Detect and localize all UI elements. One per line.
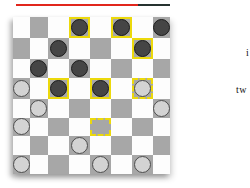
square-h4[interactable] — [153, 99, 170, 118]
progress-bar-red-segment — [16, 4, 138, 6]
progress-bar-dark-segment — [138, 4, 170, 6]
square-b6[interactable] — [30, 59, 47, 78]
square-a6[interactable] — [13, 59, 30, 78]
square-g4[interactable] — [132, 99, 153, 118]
square-a5[interactable] — [13, 78, 30, 99]
square-d6[interactable] — [69, 59, 90, 78]
clipped-text-line-1: i — [246, 48, 249, 58]
square-b8[interactable] — [30, 17, 47, 38]
square-h7[interactable] — [153, 38, 170, 59]
light-man-g5[interactable] — [134, 80, 151, 97]
square-h6[interactable] — [153, 59, 170, 78]
square-f7[interactable] — [111, 38, 132, 59]
light-man-b4[interactable] — [30, 100, 47, 117]
square-a1[interactable] — [13, 155, 30, 174]
square-b1[interactable] — [30, 155, 47, 174]
square-c2[interactable] — [48, 136, 69, 155]
square-g8[interactable] — [132, 17, 153, 38]
light-man-d2[interactable] — [71, 137, 88, 154]
square-a3[interactable] — [13, 118, 30, 137]
light-man-e1[interactable] — [92, 156, 109, 173]
square-g5[interactable] — [132, 78, 153, 99]
square-b7[interactable] — [30, 38, 47, 59]
checkers-app: i tw — [0, 0, 250, 188]
square-b4[interactable] — [30, 99, 47, 118]
square-e8[interactable] — [90, 17, 111, 38]
progress-bar — [16, 4, 170, 6]
square-f4[interactable] — [111, 99, 132, 118]
square-d4[interactable] — [69, 99, 90, 118]
dark-man-c5[interactable] — [50, 80, 67, 97]
dark-man-d6[interactable] — [71, 60, 88, 77]
light-man-a5[interactable] — [13, 80, 30, 97]
light-man-h4[interactable] — [153, 100, 170, 117]
square-g2[interactable] — [132, 136, 153, 155]
square-d3[interactable] — [69, 118, 90, 137]
square-a4[interactable] — [13, 99, 30, 118]
square-f6[interactable] — [111, 59, 132, 78]
square-e1[interactable] — [90, 155, 111, 174]
square-a8[interactable] — [13, 17, 30, 38]
square-c1[interactable] — [48, 155, 69, 174]
square-f3[interactable] — [111, 118, 132, 137]
square-f5[interactable] — [111, 78, 132, 99]
square-c4[interactable] — [48, 99, 69, 118]
square-a2[interactable] — [13, 136, 30, 155]
checkers-board — [13, 17, 170, 174]
square-d1[interactable] — [69, 155, 90, 174]
square-h5[interactable] — [153, 78, 170, 99]
dark-man-f8[interactable] — [113, 19, 130, 36]
dark-man-e5[interactable] — [92, 80, 109, 97]
square-f2[interactable] — [111, 136, 132, 155]
square-f8[interactable] — [111, 17, 132, 38]
square-h2[interactable] — [153, 136, 170, 155]
dark-man-h8[interactable] — [153, 19, 170, 36]
dark-man-g7[interactable] — [134, 40, 151, 57]
square-e5[interactable] — [90, 78, 111, 99]
square-g6[interactable] — [132, 59, 153, 78]
dark-man-c7[interactable] — [50, 40, 67, 57]
light-man-a3[interactable] — [13, 118, 30, 135]
square-e7[interactable] — [90, 38, 111, 59]
light-man-g1[interactable] — [134, 156, 151, 173]
dark-man-b6[interactable] — [30, 60, 47, 77]
light-man-a1[interactable] — [13, 156, 30, 173]
square-c7[interactable] — [48, 38, 69, 59]
square-c8[interactable] — [48, 17, 69, 38]
square-d5[interactable] — [69, 78, 90, 99]
square-g3[interactable] — [132, 118, 153, 137]
clipped-text-line-2: tw — [236, 85, 247, 95]
square-h3[interactable] — [153, 118, 170, 137]
square-d8[interactable] — [69, 17, 90, 38]
square-h8[interactable] — [153, 17, 170, 38]
square-c6[interactable] — [48, 59, 69, 78]
dark-man-d8[interactable] — [71, 19, 88, 36]
square-b2[interactable] — [30, 136, 47, 155]
square-b5[interactable] — [30, 78, 47, 99]
square-f1[interactable] — [111, 155, 132, 174]
square-g1[interactable] — [132, 155, 153, 174]
square-e2[interactable] — [90, 136, 111, 155]
square-h1[interactable] — [153, 155, 170, 174]
square-b3[interactable] — [30, 118, 47, 137]
square-e3[interactable] — [90, 118, 111, 137]
square-c3[interactable] — [48, 118, 69, 137]
square-e6[interactable] — [90, 59, 111, 78]
square-d7[interactable] — [69, 38, 90, 59]
square-a7[interactable] — [13, 38, 30, 59]
square-g7[interactable] — [132, 38, 153, 59]
square-d2[interactable] — [69, 136, 90, 155]
square-c5[interactable] — [48, 78, 69, 99]
square-e4[interactable] — [90, 99, 111, 118]
